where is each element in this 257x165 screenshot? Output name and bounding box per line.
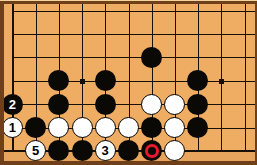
go-board[interactable]: 2153 — [1, 0, 256, 163]
circle-marker — [145, 144, 159, 158]
black-stone — [48, 70, 69, 91]
white-stone — [164, 140, 185, 161]
black-stone — [118, 140, 139, 161]
move-number-label: 1 — [9, 121, 16, 134]
board-frame-top — [0, 1, 257, 4]
black-stone: 2 — [2, 94, 23, 115]
board-frame-right — [255, 0, 257, 165]
white-stone: 5 — [25, 140, 46, 161]
white-stone — [48, 117, 69, 138]
black-stone — [72, 140, 93, 161]
black-stone — [187, 117, 208, 138]
white-stone — [141, 94, 162, 115]
black-stone — [187, 70, 208, 91]
black-stone — [187, 94, 208, 115]
white-stone — [118, 117, 139, 138]
black-stone — [48, 140, 69, 161]
black-stone — [141, 140, 162, 161]
white-stone — [164, 117, 185, 138]
white-stone — [164, 94, 185, 115]
white-stone — [72, 117, 93, 138]
move-number-label: 3 — [102, 144, 109, 157]
board-frame-left — [0, 0, 4, 165]
black-stone — [141, 117, 162, 138]
black-stone — [25, 117, 46, 138]
white-stone: 1 — [2, 117, 23, 138]
white-stone — [95, 117, 116, 138]
go-diagram: 2153 — [0, 0, 257, 165]
black-stone — [95, 70, 116, 91]
frame-highlight — [0, 0, 257, 1]
black-stone — [141, 47, 162, 68]
board-frame-bottom — [0, 161, 257, 165]
black-stone — [95, 94, 116, 115]
move-number-label: 5 — [32, 144, 39, 157]
black-stone — [48, 94, 69, 115]
move-number-label: 2 — [9, 98, 16, 111]
white-stone: 3 — [95, 140, 116, 161]
